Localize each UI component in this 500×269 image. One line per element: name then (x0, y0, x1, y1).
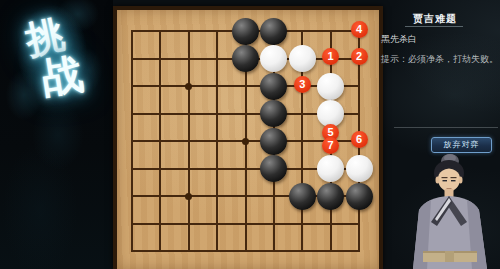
move-marker-4: 4 (351, 21, 368, 38)
black-stone (232, 45, 259, 72)
go-board[interactable]: 1234567 (117, 10, 379, 269)
title-underline (405, 26, 463, 27)
black-stone (260, 155, 287, 182)
panel-divider (394, 127, 498, 128)
challenge-banner: 挑 战 (0, 0, 113, 269)
grid-line-horizontal (131, 250, 360, 252)
black-stone (260, 18, 287, 45)
puzzle-hint: 提示：必须净杀，打劫失败。 (381, 53, 499, 65)
move-marker-7: 7 (322, 137, 339, 154)
black-stone (346, 183, 373, 210)
challenge-text-char-2: 战 (38, 46, 87, 107)
white-stone (317, 73, 344, 100)
go-board-frame: 1234567 (113, 6, 383, 269)
white-stone (260, 45, 287, 72)
move-marker-2: 2 (351, 48, 368, 65)
star-point (185, 193, 192, 200)
grid-line-horizontal (131, 223, 360, 225)
npc-portrait (398, 152, 500, 269)
move-marker-1: 1 (322, 48, 339, 65)
star-point (185, 83, 192, 90)
star-point (242, 138, 249, 145)
black-stone (260, 128, 287, 155)
white-stone (317, 155, 344, 182)
black-stone (232, 18, 259, 45)
goban-grid[interactable]: 1234567 (132, 31, 360, 252)
black-stone (317, 183, 344, 210)
puzzle-objective: 黑先杀白 (381, 33, 417, 46)
move-marker-3: 3 (294, 76, 311, 93)
resign-button[interactable]: 放弃对弈 (431, 137, 492, 153)
black-stone (260, 100, 287, 127)
move-marker-6: 6 (351, 131, 368, 148)
white-stone (346, 155, 373, 182)
white-stone (317, 100, 344, 127)
black-stone (289, 183, 316, 210)
black-stone (260, 73, 287, 100)
white-stone (289, 45, 316, 72)
puzzle-title: 贾吉难题 (383, 12, 487, 26)
game-screen: 挑 战 1234567 贾吉难题 黑先杀白 提示：必须净杀，打劫失败。 放弃对弈 (0, 0, 500, 269)
